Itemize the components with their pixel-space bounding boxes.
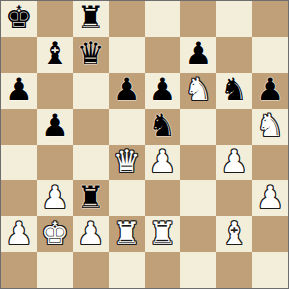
black-queen[interactable]: ♛ [77,38,105,69]
square-b1[interactable] [37,252,73,288]
square-d4[interactable]: ♛ [109,145,145,181]
white-knight[interactable]: ♞ [184,74,212,105]
square-h7[interactable] [252,37,288,73]
black-pawn[interactable]: ♟ [184,38,212,69]
black-pawn[interactable]: ♟ [256,74,284,105]
black-pawn[interactable]: ♟ [149,74,177,105]
square-h3[interactable]: ♟ [252,180,288,216]
black-pawn[interactable]: ♟ [41,110,69,141]
square-c3[interactable]: ♜ [73,180,109,216]
square-b5[interactable]: ♟ [37,109,73,145]
square-d6[interactable]: ♟ [109,73,145,109]
white-king[interactable]: ♚ [41,218,69,249]
square-f6[interactable]: ♞ [180,73,216,109]
square-b6[interactable] [37,73,73,109]
square-g3[interactable] [216,180,252,216]
square-a6[interactable]: ♟ [1,73,37,109]
black-knight[interactable]: ♞ [149,110,177,141]
square-e2[interactable]: ♜ [145,216,181,252]
square-h1[interactable] [252,252,288,288]
black-rook[interactable]: ♜ [77,2,105,33]
square-e3[interactable] [145,180,181,216]
square-a2[interactable]: ♟ [1,216,37,252]
square-h6[interactable]: ♟ [252,73,288,109]
square-f1[interactable] [180,252,216,288]
square-b2[interactable]: ♚ [37,216,73,252]
white-rook[interactable]: ♜ [113,218,141,249]
square-d7[interactable] [109,37,145,73]
white-pawn[interactable]: ♟ [149,146,177,177]
square-e7[interactable] [145,37,181,73]
chess-board: ♚♜♝♛♟♟♟♟♞♞♟♟♞♞♛♟♟♟♜♟♟♚♟♜♜♝ [0,0,289,289]
square-a1[interactable] [1,252,37,288]
square-e6[interactable]: ♟ [145,73,181,109]
square-b4[interactable] [37,145,73,181]
square-c5[interactable] [73,109,109,145]
square-b8[interactable] [37,1,73,37]
square-b7[interactable]: ♝ [37,37,73,73]
square-e1[interactable] [145,252,181,288]
square-g8[interactable] [216,1,252,37]
square-e5[interactable]: ♞ [145,109,181,145]
black-rook[interactable]: ♜ [77,182,105,213]
black-knight[interactable]: ♞ [220,74,248,105]
square-g1[interactable] [216,252,252,288]
square-d2[interactable]: ♜ [109,216,145,252]
square-f8[interactable] [180,1,216,37]
square-g4[interactable]: ♟ [216,145,252,181]
black-pawn[interactable]: ♟ [113,74,141,105]
square-b3[interactable]: ♟ [37,180,73,216]
square-f4[interactable] [180,145,216,181]
square-c7[interactable]: ♛ [73,37,109,73]
square-a7[interactable] [1,37,37,73]
square-a4[interactable] [1,145,37,181]
square-e8[interactable] [145,1,181,37]
square-h5[interactable]: ♞ [252,109,288,145]
square-g7[interactable] [216,37,252,73]
square-d8[interactable] [109,1,145,37]
square-c6[interactable] [73,73,109,109]
square-a8[interactable]: ♚ [1,1,37,37]
square-g6[interactable]: ♞ [216,73,252,109]
square-d1[interactable] [109,252,145,288]
black-bishop[interactable]: ♝ [41,38,69,69]
square-g5[interactable] [216,109,252,145]
square-d5[interactable] [109,109,145,145]
black-pawn[interactable]: ♟ [5,74,33,105]
square-f7[interactable]: ♟ [180,37,216,73]
square-d3[interactable] [109,180,145,216]
square-g2[interactable]: ♝ [216,216,252,252]
square-c2[interactable]: ♟ [73,216,109,252]
square-h8[interactable] [252,1,288,37]
white-pawn[interactable]: ♟ [77,218,105,249]
square-h2[interactable] [252,216,288,252]
square-a5[interactable] [1,109,37,145]
square-a3[interactable] [1,180,37,216]
square-f5[interactable] [180,109,216,145]
square-c1[interactable] [73,252,109,288]
square-f2[interactable] [180,216,216,252]
white-pawn[interactable]: ♟ [220,146,248,177]
white-rook[interactable]: ♜ [149,218,177,249]
white-pawn[interactable]: ♟ [5,218,33,249]
white-pawn[interactable]: ♟ [256,182,284,213]
square-c4[interactable] [73,145,109,181]
square-f3[interactable] [180,180,216,216]
white-bishop[interactable]: ♝ [220,218,248,249]
square-e4[interactable]: ♟ [145,145,181,181]
square-c8[interactable]: ♜ [73,1,109,37]
white-pawn[interactable]: ♟ [41,182,69,213]
white-queen[interactable]: ♛ [113,146,141,177]
black-king[interactable]: ♚ [5,2,33,33]
white-knight[interactable]: ♞ [256,110,284,141]
square-h4[interactable] [252,145,288,181]
